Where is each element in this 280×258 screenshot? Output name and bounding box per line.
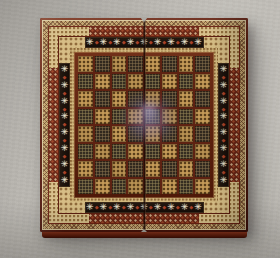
square-g5[interactable] <box>179 109 194 125</box>
square-e3[interactable] <box>145 144 160 160</box>
square-h2[interactable] <box>195 161 210 177</box>
square-c7[interactable] <box>112 74 127 90</box>
square-a5[interactable] <box>78 109 93 125</box>
rosette-icon: ✳ <box>113 38 121 47</box>
square-c8[interactable] <box>112 56 127 72</box>
square-d4[interactable] <box>128 126 143 142</box>
rosette-icon: ✳ <box>181 203 189 212</box>
inner-maroon-frame <box>74 52 214 198</box>
rosette-icon: ✳ <box>61 160 69 169</box>
diamond-separator-icon: ◆ <box>122 205 126 210</box>
square-e2[interactable] <box>145 161 160 177</box>
square-d3[interactable] <box>128 144 143 160</box>
square-d5[interactable] <box>128 109 143 125</box>
square-f5[interactable] <box>162 109 177 125</box>
square-g1[interactable] <box>179 179 194 195</box>
rosette-icon: ✳ <box>127 203 135 212</box>
border-dark-segment-left <box>49 68 58 182</box>
square-g8[interactable] <box>179 56 194 72</box>
diamond-separator-icon: ◆ <box>63 91 67 96</box>
rosette-icon: ✳ <box>140 38 148 47</box>
rosette-icon: ✳ <box>100 38 108 47</box>
rosette-star-strip-left: ✳◆✳◆✳◆✳◆✳◆✳◆✳◆✳ <box>59 63 70 186</box>
rosette-icon: ✳ <box>167 203 175 212</box>
diamond-separator-icon: ◆ <box>176 205 180 210</box>
table-surface: ✳◆✳◆✳◆✳◆✳◆✳◆✳◆✳◆✳ ✳◆✳◆✳◆✳◆✳◆✳◆✳◆✳◆✳ ✳◆✳◆… <box>0 0 280 258</box>
border-divider-line: ✳◆✳◆✳◆✳◆✳◆✳◆✳◆✳◆✳ ✳◆✳◆✳◆✳◆✳◆✳◆✳◆✳◆✳ ✳◆✳◆… <box>48 26 240 224</box>
rosette-icon: ✳ <box>220 65 228 74</box>
diamond-separator-icon: ◆ <box>222 91 226 96</box>
rosette-icon: ✳ <box>140 203 148 212</box>
square-g6[interactable] <box>179 91 194 107</box>
rosette-star-strip-bottom: ✳◆✳◆✳◆✳◆✳◆✳◆✳◆✳◆✳ <box>85 202 204 213</box>
square-g7[interactable] <box>179 74 194 90</box>
square-e1[interactable] <box>145 179 160 195</box>
square-h4[interactable] <box>195 126 210 142</box>
square-h8[interactable] <box>195 56 210 72</box>
diamond-separator-icon: ◆ <box>162 205 166 210</box>
square-b7[interactable] <box>95 74 110 90</box>
square-e7[interactable] <box>145 74 160 90</box>
board-side-edge <box>42 232 247 238</box>
square-e5[interactable] <box>145 109 160 125</box>
rosette-icon: ✳ <box>220 176 228 185</box>
diamond-separator-icon: ◆ <box>189 40 193 45</box>
square-f3[interactable] <box>162 144 177 160</box>
rosette-icon: ✳ <box>86 203 94 212</box>
rosette-icon: ✳ <box>127 38 135 47</box>
rosette-star-strip-top: ✳◆✳◆✳◆✳◆✳◆✳◆✳◆✳◆✳ <box>85 37 204 48</box>
square-e6[interactable] <box>145 91 160 107</box>
square-h1[interactable] <box>195 179 210 195</box>
square-a7[interactable] <box>78 74 93 90</box>
square-b8[interactable] <box>95 56 110 72</box>
diamond-separator-icon: ◆ <box>95 205 99 210</box>
square-h3[interactable] <box>195 144 210 160</box>
rosette-icon: ✳ <box>220 112 228 121</box>
square-a4[interactable] <box>78 126 93 142</box>
rosette-icon: ✳ <box>113 203 121 212</box>
square-b1[interactable] <box>95 179 110 195</box>
square-g2[interactable] <box>179 161 194 177</box>
square-c6[interactable] <box>112 91 127 107</box>
chessboard: ✳◆✳◆✳◆✳◆✳◆✳◆✳◆✳◆✳ ✳◆✳◆✳◆✳◆✳◆✳◆✳◆✳◆✳ ✳◆✳◆… <box>40 18 248 232</box>
square-b6[interactable] <box>95 91 110 107</box>
square-b2[interactable] <box>95 161 110 177</box>
border-wide-mosaic-band: ✳◆✳◆✳◆✳◆✳◆✳◆✳◆✳◆✳ ✳◆✳◆✳◆✳◆✳◆✳◆✳◆✳◆✳ ✳◆✳◆… <box>49 27 239 223</box>
diamond-separator-icon: ◆ <box>108 40 112 45</box>
rosette-icon: ✳ <box>220 128 228 137</box>
border-star-band: ✳◆✳◆✳◆✳◆✳◆✳◆✳◆✳◆✳ ✳◆✳◆✳◆✳◆✳◆✳◆✳◆✳◆✳ ✳◆✳◆… <box>59 37 229 213</box>
square-b3[interactable] <box>95 144 110 160</box>
diamond-separator-icon: ◆ <box>162 40 166 45</box>
square-a8[interactable] <box>78 56 93 72</box>
square-a2[interactable] <box>78 161 93 177</box>
rosette-icon: ✳ <box>220 81 228 90</box>
square-d1[interactable] <box>128 179 143 195</box>
square-g4[interactable] <box>179 126 194 142</box>
diamond-separator-icon: ◆ <box>108 205 112 210</box>
rosette-icon: ✳ <box>154 38 162 47</box>
square-f8[interactable] <box>162 56 177 72</box>
diamond-separator-icon: ◆ <box>149 205 153 210</box>
square-h7[interactable] <box>195 74 210 90</box>
rosette-icon: ✳ <box>86 38 94 47</box>
rosette-icon: ✳ <box>154 203 162 212</box>
rosette-icon: ✳ <box>61 81 69 90</box>
diamond-separator-icon: ◆ <box>149 40 153 45</box>
rosette-icon: ✳ <box>100 203 108 212</box>
rosette-icon: ✳ <box>167 38 175 47</box>
square-e4[interactable] <box>145 126 160 142</box>
rosette-icon: ✳ <box>220 160 228 169</box>
rosette-icon: ✳ <box>61 144 69 153</box>
square-f4[interactable] <box>162 126 177 142</box>
diamond-separator-icon: ◆ <box>135 205 139 210</box>
square-c5[interactable] <box>112 109 127 125</box>
diamond-separator-icon: ◆ <box>189 205 193 210</box>
square-f2[interactable] <box>162 161 177 177</box>
square-d7[interactable] <box>128 74 143 90</box>
rosette-icon: ✳ <box>61 112 69 121</box>
square-b5[interactable] <box>95 109 110 125</box>
square-d2[interactable] <box>128 161 143 177</box>
square-c1[interactable] <box>112 179 127 195</box>
square-d8[interactable] <box>128 56 143 72</box>
border-fine-mosaic-band: ✳◆✳◆✳◆✳◆✳◆✳◆✳◆✳◆✳ ✳◆✳◆✳◆✳◆✳◆✳◆✳◆✳◆✳ ✳◆✳◆… <box>43 21 245 229</box>
rosette-icon: ✳ <box>194 203 202 212</box>
border-cream-band <box>70 48 218 202</box>
square-a1[interactable] <box>78 179 93 195</box>
diamond-separator-icon: ◆ <box>122 40 126 45</box>
border-dark-segment-bottom <box>89 214 199 223</box>
square-e8[interactable] <box>145 56 160 72</box>
square-c3[interactable] <box>112 144 127 160</box>
diamond-separator-icon: ◆ <box>176 40 180 45</box>
square-c2[interactable] <box>112 161 127 177</box>
diamond-separator-icon: ◆ <box>95 40 99 45</box>
rosette-icon: ✳ <box>61 65 69 74</box>
border-divider-line: ✳◆✳◆✳◆✳◆✳◆✳◆✳◆✳◆✳ ✳◆✳◆✳◆✳◆✳◆✳◆✳◆✳◆✳ ✳◆✳◆… <box>58 36 230 214</box>
square-f1[interactable] <box>162 179 177 195</box>
rosette-icon: ✳ <box>220 144 228 153</box>
square-h5[interactable] <box>195 109 210 125</box>
square-f6[interactable] <box>162 91 177 107</box>
square-f7[interactable] <box>162 74 177 90</box>
border-dark-segment-right <box>230 68 239 182</box>
diamond-separator-icon: ◆ <box>135 40 139 45</box>
rosette-icon: ✳ <box>61 128 69 137</box>
border-dark-segment-top <box>89 27 199 36</box>
rosette-icon: ✳ <box>220 97 228 106</box>
square-d6[interactable] <box>128 91 143 107</box>
square-g3[interactable] <box>179 144 194 160</box>
rosette-icon: ✳ <box>61 97 69 106</box>
square-a3[interactable] <box>78 144 93 160</box>
square-a6[interactable] <box>78 91 93 107</box>
rosette-icon: ✳ <box>181 38 189 47</box>
rosette-star-strip-right: ✳◆✳◆✳◆✳◆✳◆✳◆✳◆✳ <box>218 63 229 186</box>
border-hairline: ✳◆✳◆✳◆✳◆✳◆✳◆✳◆✳◆✳ ✳◆✳◆✳◆✳◆✳◆✳◆✳◆✳◆✳ ✳◆✳◆… <box>42 20 246 230</box>
rosette-icon: ✳ <box>61 176 69 185</box>
squares-grid <box>78 56 210 194</box>
rosette-icon: ✳ <box>194 38 202 47</box>
square-c4[interactable] <box>112 126 127 142</box>
square-b4[interactable] <box>95 126 110 142</box>
square-h6[interactable] <box>195 91 210 107</box>
board-outer-edge: ✳◆✳◆✳◆✳◆✳◆✳◆✳◆✳◆✳ ✳◆✳◆✳◆✳◆✳◆✳◆✳◆✳◆✳ ✳◆✳◆… <box>40 18 248 232</box>
